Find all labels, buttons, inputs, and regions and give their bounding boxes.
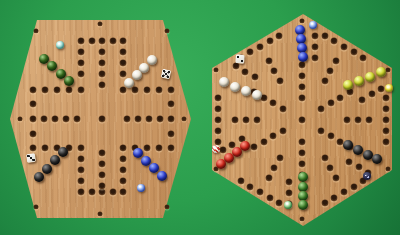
- board-hole: [88, 189, 95, 196]
- board-hole: [286, 178, 293, 185]
- board-hole: [54, 87, 61, 94]
- board-hole: [99, 71, 106, 78]
- board-hole: [42, 87, 49, 94]
- board-hole: [30, 145, 37, 152]
- board-hole: [260, 138, 267, 145]
- board-hole: [299, 83, 306, 90]
- board-hole: [215, 116, 222, 123]
- peg-hole: [98, 22, 103, 27]
- board-hole: [156, 87, 163, 94]
- board-hole: [299, 149, 306, 156]
- board-hole: [120, 178, 127, 185]
- board-hole: [168, 101, 175, 108]
- die-5[interactable]: [161, 69, 172, 80]
- marble-yellow[interactable]: [365, 72, 375, 82]
- peg-hole: [214, 68, 219, 73]
- marble-black[interactable]: [343, 140, 353, 150]
- die-2[interactable]: [235, 54, 245, 64]
- board-hole: [99, 183, 106, 190]
- marble-green[interactable]: [298, 172, 308, 182]
- board-hole: [312, 54, 319, 61]
- board-hole: [215, 138, 222, 145]
- board-hole: [124, 116, 131, 123]
- board-hole: [321, 32, 328, 39]
- board-hole: [368, 91, 375, 98]
- board-hole: [99, 49, 106, 56]
- board-hole: [270, 133, 277, 140]
- board-hole: [30, 131, 37, 138]
- board-hole: [132, 87, 139, 94]
- board-hole: [266, 194, 273, 201]
- aqua-glass-marble[interactable]: [56, 41, 64, 49]
- board-hole: [321, 155, 328, 162]
- board-hole: [109, 189, 116, 196]
- board-hole: [120, 49, 127, 56]
- marble-white[interactable]: [230, 82, 240, 92]
- board-hole: [78, 178, 85, 185]
- marble-blue[interactable]: [298, 52, 308, 62]
- board-hole: [78, 38, 85, 45]
- board-hole: [257, 189, 264, 196]
- board-hole: [120, 87, 127, 94]
- board-hole: [251, 74, 258, 81]
- board-hole: [299, 94, 306, 101]
- marble-yellow[interactable]: [343, 80, 353, 90]
- yellow-glass-marble[interactable]: [385, 84, 393, 92]
- board-hole: [312, 43, 319, 50]
- board-hole: [344, 116, 351, 123]
- board-hole: [120, 38, 127, 45]
- board-hole: [157, 116, 164, 123]
- marble-black[interactable]: [42, 164, 52, 174]
- board-hole: [243, 116, 250, 123]
- board-hole: [215, 94, 222, 101]
- peg-hole: [300, 216, 305, 221]
- board-hole: [299, 160, 306, 167]
- board-hole: [271, 68, 278, 75]
- board-hole: [42, 145, 49, 152]
- board-hole: [318, 127, 325, 134]
- board-hole: [327, 100, 334, 107]
- board-hole: [146, 116, 153, 123]
- board-hole: [331, 38, 338, 45]
- marble-yellow[interactable]: [376, 67, 386, 77]
- board-hole: [350, 183, 357, 190]
- board-hole: [383, 138, 390, 145]
- peg-hole: [18, 117, 23, 122]
- board-hole: [168, 87, 175, 94]
- board-hole: [378, 85, 385, 92]
- board-hole: [78, 60, 85, 67]
- board-hole: [99, 189, 106, 196]
- board-hole: [78, 71, 85, 78]
- marble-black[interactable]: [353, 145, 363, 155]
- board-hole: [30, 87, 37, 94]
- board-hole: [168, 116, 175, 123]
- board-hole: [215, 105, 222, 112]
- board-hole: [346, 158, 353, 165]
- board-hole: [254, 116, 261, 123]
- peg-hole: [182, 117, 187, 122]
- board-hole: [271, 164, 278, 171]
- board-hole: [366, 116, 373, 123]
- board-hole: [78, 189, 85, 196]
- board-hole: [318, 105, 325, 112]
- board-hole: [99, 116, 106, 123]
- black-swirl-marble[interactable]: [363, 172, 371, 180]
- board-hole: [265, 58, 272, 65]
- board-hole: [341, 43, 348, 50]
- board-hole: [120, 71, 127, 78]
- peg-hole: [165, 205, 170, 210]
- board-hole: [144, 145, 151, 152]
- board-hole: [120, 145, 127, 152]
- board-hole: [286, 189, 293, 196]
- marble-green[interactable]: [47, 61, 57, 71]
- board-hole: [279, 127, 286, 134]
- marble-blue[interactable]: [157, 171, 167, 181]
- marble-red[interactable]: [216, 159, 226, 169]
- marble-green[interactable]: [64, 76, 74, 86]
- board-hole: [247, 49, 254, 56]
- board-hole: [276, 32, 283, 39]
- board-hole: [341, 189, 348, 196]
- board-hole: [78, 49, 85, 56]
- board-hole: [266, 38, 273, 45]
- board-hole: [99, 82, 106, 89]
- board-hole: [120, 60, 127, 67]
- board-hole: [99, 161, 106, 168]
- marble-black[interactable]: [372, 154, 382, 164]
- peg-hole: [98, 212, 103, 217]
- board-hole: [299, 61, 306, 68]
- board-hole: [78, 87, 85, 94]
- peg-hole: [300, 18, 305, 23]
- marble-white[interactable]: [132, 70, 142, 80]
- board-hole: [156, 145, 163, 152]
- peg-hole: [165, 29, 170, 34]
- board-hole: [331, 194, 338, 201]
- board-hole: [299, 72, 306, 79]
- board-hole: [276, 77, 283, 84]
- board-hole: [237, 178, 244, 185]
- board-hole: [109, 38, 116, 45]
- board-hole: [383, 127, 390, 134]
- marble-black[interactable]: [34, 172, 44, 182]
- board-hole: [299, 138, 306, 145]
- marble-white[interactable]: [124, 78, 134, 88]
- board-hole: [327, 133, 334, 140]
- marble-white[interactable]: [147, 55, 157, 65]
- board-hole: [383, 94, 390, 101]
- board-hole: [168, 145, 175, 152]
- board-hole: [279, 105, 286, 112]
- board-hole: [337, 94, 344, 101]
- marble-white[interactable]: [219, 77, 229, 87]
- board-hole: [355, 116, 362, 123]
- board-hole: [312, 32, 319, 39]
- board-hole: [265, 174, 272, 181]
- board-hole: [66, 87, 73, 94]
- board-hole: [219, 147, 226, 154]
- board-hole: [78, 145, 85, 152]
- board-hole: [242, 68, 249, 75]
- board-hole: [247, 183, 254, 190]
- board-hole: [99, 150, 106, 157]
- marble-black[interactable]: [58, 147, 68, 157]
- board-hole: [270, 100, 277, 107]
- board-hole: [120, 167, 127, 174]
- board-hole: [30, 101, 37, 108]
- peg-hole: [34, 29, 39, 34]
- board-hole: [99, 172, 106, 179]
- board-hole: [350, 49, 357, 56]
- red-striped-marble[interactable]: [212, 145, 220, 153]
- board-hole: [120, 156, 127, 163]
- board-hole: [327, 68, 334, 75]
- board-hole: [135, 116, 142, 123]
- blue-glass-marble[interactable]: [309, 21, 317, 29]
- marble-yellow[interactable]: [354, 76, 364, 86]
- board-hole: [299, 116, 306, 123]
- board-hole: [63, 116, 70, 123]
- board-hole: [215, 127, 222, 134]
- board-hole: [355, 164, 362, 171]
- board-hole: [359, 96, 366, 103]
- board-hole: [78, 167, 85, 174]
- board-hole: [383, 116, 390, 123]
- board-hole: [144, 87, 151, 94]
- peg-hole: [385, 167, 390, 172]
- board-hole: [88, 38, 95, 45]
- marble-black[interactable]: [50, 155, 60, 165]
- board-hole: [327, 164, 334, 171]
- board-hole: [332, 174, 339, 181]
- board-hole: [383, 105, 390, 112]
- board-hole: [251, 144, 258, 151]
- board-hole: [360, 54, 367, 61]
- marble-white[interactable]: [241, 86, 251, 96]
- board-hole: [257, 43, 264, 50]
- board-hole: [321, 77, 328, 84]
- board-hole: [332, 58, 339, 65]
- board-hole: [321, 200, 328, 207]
- board-hole: [78, 156, 85, 163]
- peg-hole: [34, 205, 39, 210]
- board-hole: [74, 116, 81, 123]
- board-hole: [232, 63, 239, 70]
- pieces-layer: [0, 0, 400, 235]
- board-hole: [276, 200, 283, 207]
- board-hole: [232, 116, 239, 123]
- board-hole: [41, 116, 48, 123]
- board-hole: [99, 60, 106, 67]
- board-hole: [99, 38, 106, 45]
- board-hole: [168, 131, 175, 138]
- marble-white[interactable]: [252, 90, 262, 100]
- green-glass-marble[interactable]: [284, 201, 292, 209]
- board-hole: [120, 189, 127, 196]
- board-hole: [30, 116, 37, 123]
- marble-green[interactable]: [298, 200, 308, 210]
- board-hole: [52, 116, 59, 123]
- blue-glass-marble[interactable]: [137, 184, 145, 192]
- green-felt-table: [0, 0, 400, 235]
- die-3[interactable]: [26, 153, 36, 163]
- board-hole: [276, 155, 283, 162]
